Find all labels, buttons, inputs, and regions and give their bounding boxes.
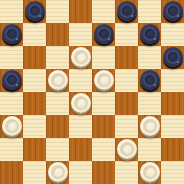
square-15[interactable] xyxy=(92,69,115,92)
light-square-r0c0 xyxy=(0,0,23,23)
black-piece[interactable] xyxy=(25,1,45,21)
light-square-r6c2 xyxy=(46,138,69,161)
white-piece[interactable] xyxy=(71,47,91,67)
black-piece[interactable] xyxy=(117,1,137,21)
square-22[interactable] xyxy=(46,115,69,138)
white-piece[interactable] xyxy=(48,70,68,90)
light-square-r1c7 xyxy=(161,23,184,46)
light-square-r0c6 xyxy=(138,0,161,23)
white-piece[interactable] xyxy=(2,116,22,136)
square-19[interactable] xyxy=(115,92,138,115)
square-2[interactable] xyxy=(69,0,92,23)
square-1[interactable] xyxy=(23,0,46,23)
black-piece[interactable] xyxy=(163,47,183,67)
light-square-r5c7 xyxy=(161,115,184,138)
light-square-r3c7 xyxy=(161,69,184,92)
white-piece[interactable] xyxy=(140,162,160,182)
black-piece[interactable] xyxy=(94,24,114,44)
light-square-r3c5 xyxy=(115,69,138,92)
square-24[interactable] xyxy=(138,115,161,138)
light-square-r0c4 xyxy=(92,0,115,23)
black-piece[interactable] xyxy=(140,70,160,90)
square-21[interactable] xyxy=(0,115,23,138)
square-18[interactable] xyxy=(69,92,92,115)
white-piece[interactable] xyxy=(117,139,137,159)
light-square-r5c3 xyxy=(69,115,92,138)
light-square-r1c3 xyxy=(69,23,92,46)
black-piece[interactable] xyxy=(2,24,22,44)
square-25[interactable] xyxy=(23,138,46,161)
square-20[interactable] xyxy=(161,92,184,115)
light-square-r4c4 xyxy=(92,92,115,115)
square-31[interactable] xyxy=(92,161,115,184)
light-square-r7c3 xyxy=(69,161,92,184)
light-square-r1c1 xyxy=(23,23,46,46)
light-square-r6c6 xyxy=(138,138,161,161)
square-14[interactable] xyxy=(46,69,69,92)
white-piece[interactable] xyxy=(94,70,114,90)
light-square-r3c3 xyxy=(69,69,92,92)
light-square-r4c6 xyxy=(138,92,161,115)
square-9[interactable] xyxy=(23,46,46,69)
light-square-r4c0 xyxy=(0,92,23,115)
square-30[interactable] xyxy=(46,161,69,184)
square-27[interactable] xyxy=(115,138,138,161)
light-square-r2c4 xyxy=(92,46,115,69)
square-13[interactable] xyxy=(0,69,23,92)
square-11[interactable] xyxy=(115,46,138,69)
square-29[interactable] xyxy=(0,161,23,184)
square-7[interactable] xyxy=(92,23,115,46)
white-piece[interactable] xyxy=(140,116,160,136)
light-square-r6c4 xyxy=(92,138,115,161)
light-square-r2c6 xyxy=(138,46,161,69)
square-26[interactable] xyxy=(69,138,92,161)
square-4[interactable] xyxy=(161,0,184,23)
square-3[interactable] xyxy=(115,0,138,23)
square-5[interactable] xyxy=(0,23,23,46)
light-square-r7c7 xyxy=(161,161,184,184)
black-piece[interactable] xyxy=(140,24,160,44)
square-12[interactable] xyxy=(161,46,184,69)
checkers-board xyxy=(0,0,184,184)
square-23[interactable] xyxy=(92,115,115,138)
light-square-r5c1 xyxy=(23,115,46,138)
light-square-r2c2 xyxy=(46,46,69,69)
light-square-r6c0 xyxy=(0,138,23,161)
light-square-r7c5 xyxy=(115,161,138,184)
light-square-r7c1 xyxy=(23,161,46,184)
light-square-r5c5 xyxy=(115,115,138,138)
white-piece[interactable] xyxy=(71,93,91,113)
square-8[interactable] xyxy=(138,23,161,46)
square-32[interactable] xyxy=(138,161,161,184)
square-6[interactable] xyxy=(46,23,69,46)
light-square-r4c2 xyxy=(46,92,69,115)
light-square-r1c5 xyxy=(115,23,138,46)
light-square-r0c2 xyxy=(46,0,69,23)
white-piece[interactable] xyxy=(48,162,68,182)
square-28[interactable] xyxy=(161,138,184,161)
black-piece[interactable] xyxy=(163,1,183,21)
black-piece[interactable] xyxy=(2,70,22,90)
light-square-r2c0 xyxy=(0,46,23,69)
square-10[interactable] xyxy=(69,46,92,69)
square-17[interactable] xyxy=(23,92,46,115)
square-16[interactable] xyxy=(138,69,161,92)
light-square-r3c1 xyxy=(23,69,46,92)
